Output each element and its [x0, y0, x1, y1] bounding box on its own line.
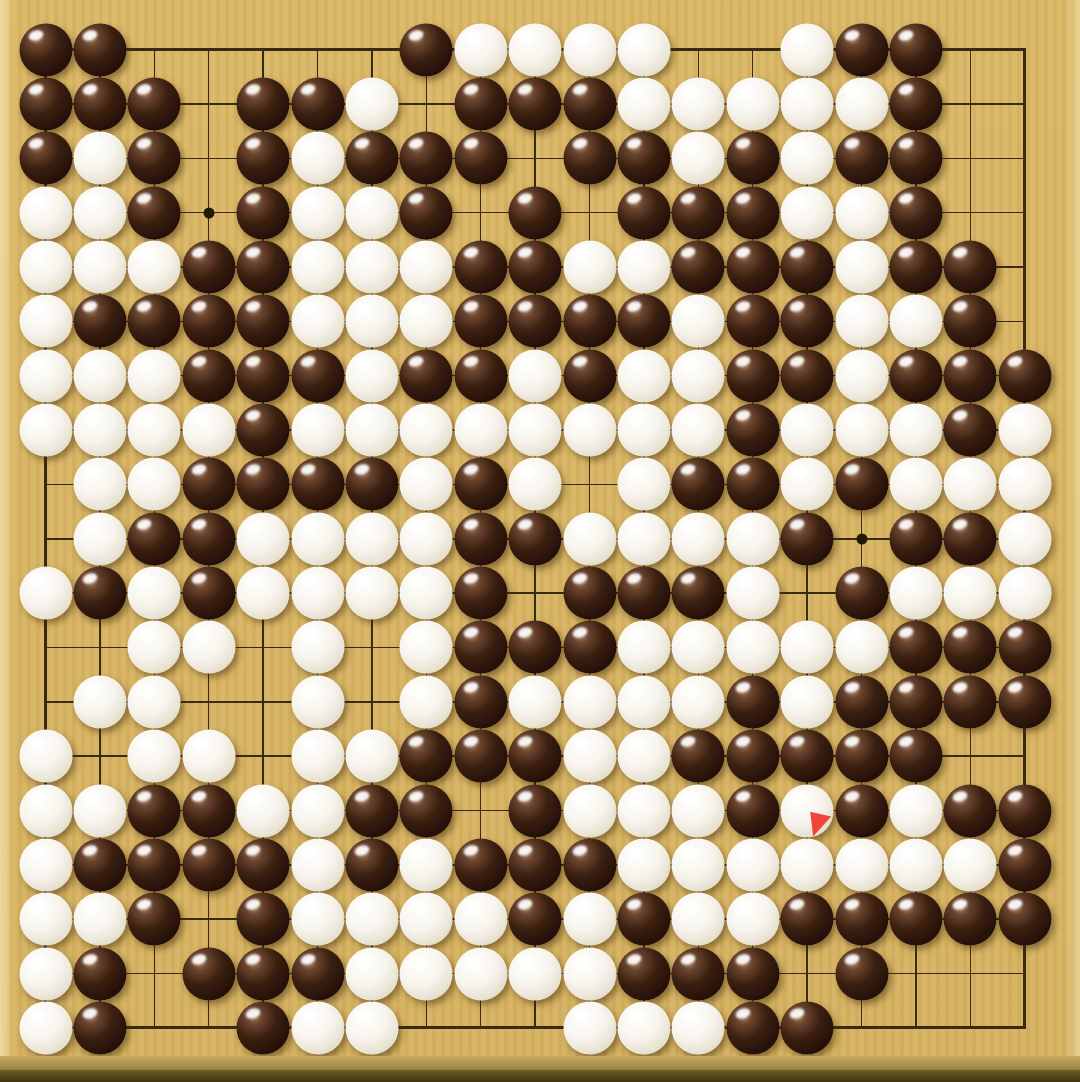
black-stone — [672, 947, 725, 1000]
black-stone — [291, 349, 344, 402]
white-stone — [617, 241, 670, 294]
black-stone — [237, 893, 290, 946]
white-stone — [835, 404, 888, 457]
white-stone — [291, 784, 344, 837]
black-stone — [726, 675, 779, 728]
white-stone — [889, 838, 942, 891]
black-stone — [563, 132, 616, 185]
white-stone — [400, 947, 453, 1000]
white-stone — [73, 404, 126, 457]
black-stone — [889, 621, 942, 674]
white-stone — [835, 186, 888, 239]
black-stone — [454, 458, 507, 511]
black-stone — [835, 458, 888, 511]
white-stone — [291, 404, 344, 457]
black-stone — [726, 241, 779, 294]
white-stone — [889, 567, 942, 620]
black-stone — [182, 458, 235, 511]
white-stone — [781, 838, 834, 891]
black-stone — [128, 186, 181, 239]
white-stone — [19, 838, 72, 891]
black-stone — [19, 23, 72, 76]
black-stone — [781, 295, 834, 348]
black-stone — [454, 132, 507, 185]
black-stone — [672, 567, 725, 620]
black-stone — [182, 512, 235, 565]
white-stone — [509, 349, 562, 402]
black-stone — [835, 132, 888, 185]
black-stone — [454, 675, 507, 728]
black-stone — [672, 730, 725, 783]
black-stone — [781, 893, 834, 946]
white-stone — [563, 675, 616, 728]
white-stone — [400, 241, 453, 294]
black-stone — [889, 186, 942, 239]
white-stone — [835, 295, 888, 348]
white-stone — [128, 621, 181, 674]
black-stone — [19, 132, 72, 185]
black-stone — [509, 621, 562, 674]
black-stone — [889, 23, 942, 76]
white-stone — [345, 1001, 398, 1054]
white-stone — [672, 1001, 725, 1054]
white-stone — [563, 784, 616, 837]
black-stone — [617, 893, 670, 946]
white-stone — [726, 838, 779, 891]
black-stone — [998, 893, 1051, 946]
black-stone — [454, 730, 507, 783]
black-stone — [182, 838, 235, 891]
white-stone — [617, 404, 670, 457]
black-stone — [345, 784, 398, 837]
black-stone — [998, 838, 1051, 891]
white-stone — [726, 893, 779, 946]
white-stone — [128, 241, 181, 294]
black-stone — [73, 947, 126, 1000]
white-stone — [672, 349, 725, 402]
black-stone — [563, 567, 616, 620]
board-bottom-edge — [0, 1056, 1080, 1070]
white-stone — [291, 132, 344, 185]
white-stone — [400, 295, 453, 348]
black-stone — [781, 512, 834, 565]
white-stone — [509, 947, 562, 1000]
black-stone — [400, 186, 453, 239]
white-stone — [345, 295, 398, 348]
black-stone — [835, 567, 888, 620]
white-stone — [128, 404, 181, 457]
white-stone — [889, 404, 942, 457]
white-stone — [726, 621, 779, 674]
white-stone — [672, 838, 725, 891]
black-stone — [345, 132, 398, 185]
black-stone — [509, 512, 562, 565]
white-stone — [291, 512, 344, 565]
black-stone — [509, 784, 562, 837]
black-stone — [889, 132, 942, 185]
white-stone — [291, 893, 344, 946]
white-stone — [400, 512, 453, 565]
black-stone — [563, 621, 616, 674]
white-stone — [835, 241, 888, 294]
black-stone — [617, 186, 670, 239]
black-stone — [454, 621, 507, 674]
black-stone — [944, 512, 997, 565]
black-stone — [237, 241, 290, 294]
white-stone — [73, 784, 126, 837]
black-stone — [509, 838, 562, 891]
black-stone — [781, 349, 834, 402]
black-stone — [781, 241, 834, 294]
white-stone — [291, 295, 344, 348]
white-stone — [128, 675, 181, 728]
white-stone — [345, 241, 398, 294]
black-stone — [835, 893, 888, 946]
black-stone — [291, 947, 344, 1000]
white-stone — [781, 132, 834, 185]
white-stone — [237, 567, 290, 620]
go-board[interactable] — [0, 0, 1080, 1082]
black-stone — [128, 295, 181, 348]
white-stone — [345, 77, 398, 130]
white-stone — [73, 458, 126, 511]
black-stone — [237, 404, 290, 457]
black-stone — [400, 784, 453, 837]
white-stone — [781, 404, 834, 457]
black-stone — [726, 730, 779, 783]
black-stone — [19, 77, 72, 130]
black-stone — [835, 675, 888, 728]
black-stone — [781, 1001, 834, 1054]
black-stone — [182, 947, 235, 1000]
black-stone — [835, 730, 888, 783]
white-stone — [563, 947, 616, 1000]
white-stone — [73, 893, 126, 946]
white-stone — [128, 458, 181, 511]
black-stone — [672, 241, 725, 294]
white-stone — [454, 947, 507, 1000]
black-stone — [509, 77, 562, 130]
black-stone — [617, 132, 670, 185]
black-stone — [726, 947, 779, 1000]
white-stone — [617, 838, 670, 891]
black-stone — [73, 838, 126, 891]
white-stone — [617, 675, 670, 728]
white-stone — [672, 77, 725, 130]
white-stone — [345, 730, 398, 783]
black-stone — [726, 186, 779, 239]
white-stone — [345, 893, 398, 946]
white-stone — [617, 23, 670, 76]
black-stone — [781, 730, 834, 783]
black-stone — [237, 132, 290, 185]
white-stone — [672, 784, 725, 837]
white-stone — [672, 132, 725, 185]
white-stone — [128, 567, 181, 620]
white-stone — [563, 730, 616, 783]
black-stone — [400, 132, 453, 185]
black-stone — [672, 186, 725, 239]
white-stone — [19, 947, 72, 1000]
white-stone — [998, 404, 1051, 457]
white-stone — [781, 186, 834, 239]
white-stone — [19, 349, 72, 402]
screenshot — [0, 0, 1080, 1082]
white-stone — [454, 404, 507, 457]
white-stone — [237, 784, 290, 837]
white-stone — [672, 893, 725, 946]
white-stone — [944, 458, 997, 511]
black-stone — [237, 1001, 290, 1054]
white-stone — [617, 349, 670, 402]
white-stone — [835, 349, 888, 402]
black-stone — [672, 458, 725, 511]
white-stone — [563, 512, 616, 565]
black-stone — [563, 295, 616, 348]
white-stone — [73, 186, 126, 239]
black-stone — [726, 349, 779, 402]
white-stone — [400, 404, 453, 457]
black-stone — [454, 567, 507, 620]
black-stone — [73, 567, 126, 620]
white-stone — [617, 77, 670, 130]
black-stone — [563, 77, 616, 130]
black-stone — [128, 512, 181, 565]
black-stone — [889, 893, 942, 946]
white-stone — [998, 458, 1051, 511]
white-stone — [509, 23, 562, 76]
black-stone — [944, 621, 997, 674]
black-stone — [454, 241, 507, 294]
black-stone — [726, 784, 779, 837]
white-stone — [617, 1001, 670, 1054]
black-stone — [400, 349, 453, 402]
black-stone — [617, 567, 670, 620]
white-stone — [400, 621, 453, 674]
white-stone — [509, 675, 562, 728]
black-stone — [128, 838, 181, 891]
white-stone — [19, 784, 72, 837]
black-stone — [889, 730, 942, 783]
black-stone — [73, 295, 126, 348]
black-stone — [237, 838, 290, 891]
white-stone — [291, 241, 344, 294]
black-stone — [944, 241, 997, 294]
white-stone — [73, 349, 126, 402]
white-stone — [726, 567, 779, 620]
white-stone — [19, 241, 72, 294]
black-stone — [726, 295, 779, 348]
black-stone — [563, 838, 616, 891]
white-stone — [563, 241, 616, 294]
black-stone — [509, 295, 562, 348]
black-stone — [400, 23, 453, 76]
white-stone — [400, 567, 453, 620]
white-stone — [835, 838, 888, 891]
white-stone — [889, 784, 942, 837]
white-stone — [237, 512, 290, 565]
black-stone — [944, 675, 997, 728]
black-stone — [128, 132, 181, 185]
black-stone — [182, 567, 235, 620]
black-stone — [454, 77, 507, 130]
black-stone — [509, 893, 562, 946]
white-stone — [509, 458, 562, 511]
black-stone — [73, 77, 126, 130]
black-stone — [998, 784, 1051, 837]
black-stone — [889, 77, 942, 130]
white-stone — [889, 458, 942, 511]
white-stone — [781, 458, 834, 511]
black-stone — [889, 512, 942, 565]
black-stone — [944, 295, 997, 348]
black-stone — [726, 404, 779, 457]
black-stone — [998, 349, 1051, 402]
black-stone — [509, 186, 562, 239]
white-stone — [345, 512, 398, 565]
black-stone — [998, 621, 1051, 674]
black-stone — [617, 947, 670, 1000]
white-stone — [944, 838, 997, 891]
white-stone — [400, 838, 453, 891]
black-stone — [944, 784, 997, 837]
white-stone — [835, 77, 888, 130]
white-stone — [672, 621, 725, 674]
black-stone — [345, 458, 398, 511]
white-stone — [345, 404, 398, 457]
white-stone — [509, 404, 562, 457]
white-stone — [128, 349, 181, 402]
black-stone — [835, 784, 888, 837]
white-stone — [835, 621, 888, 674]
black-stone — [509, 241, 562, 294]
white-stone — [291, 186, 344, 239]
black-stone — [454, 349, 507, 402]
white-stone — [345, 186, 398, 239]
white-stone — [291, 567, 344, 620]
white-stone — [182, 730, 235, 783]
white-stone — [400, 458, 453, 511]
white-stone — [73, 675, 126, 728]
white-stone — [128, 730, 181, 783]
black-stone — [237, 458, 290, 511]
white-stone — [19, 295, 72, 348]
white-stone — [291, 675, 344, 728]
black-stone — [835, 23, 888, 76]
white-stone — [781, 23, 834, 76]
black-stone — [889, 349, 942, 402]
white-stone — [998, 567, 1051, 620]
white-stone — [454, 893, 507, 946]
white-stone — [617, 730, 670, 783]
black-stone — [835, 947, 888, 1000]
white-stone — [563, 1001, 616, 1054]
black-stone — [889, 675, 942, 728]
white-stone — [291, 1001, 344, 1054]
white-stone — [889, 295, 942, 348]
black-stone — [944, 404, 997, 457]
white-stone — [19, 1001, 72, 1054]
black-stone — [944, 893, 997, 946]
black-stone — [454, 838, 507, 891]
white-stone — [291, 838, 344, 891]
white-stone — [291, 621, 344, 674]
white-stone — [19, 730, 72, 783]
black-stone — [291, 77, 344, 130]
black-stone — [726, 1001, 779, 1054]
black-stone — [128, 784, 181, 837]
black-stone — [726, 458, 779, 511]
board-bottom-rim — [0, 1070, 1080, 1082]
black-stone — [237, 947, 290, 1000]
black-stone — [182, 784, 235, 837]
white-stone — [73, 241, 126, 294]
black-stone — [237, 349, 290, 402]
black-stone — [563, 349, 616, 402]
white-stone — [563, 404, 616, 457]
white-stone — [617, 458, 670, 511]
black-stone — [128, 77, 181, 130]
black-stone — [182, 349, 235, 402]
white-stone — [781, 784, 834, 837]
white-stone — [998, 512, 1051, 565]
black-stone — [291, 458, 344, 511]
white-stone — [781, 675, 834, 728]
white-stone — [19, 893, 72, 946]
white-stone — [672, 295, 725, 348]
black-stone — [237, 186, 290, 239]
white-stone — [400, 675, 453, 728]
white-stone — [19, 404, 72, 457]
white-stone — [563, 23, 616, 76]
white-stone — [73, 512, 126, 565]
white-stone — [19, 186, 72, 239]
black-stone — [998, 675, 1051, 728]
white-stone — [182, 404, 235, 457]
white-stone — [781, 77, 834, 130]
black-stone — [345, 838, 398, 891]
black-stone — [237, 77, 290, 130]
white-stone — [400, 893, 453, 946]
white-stone — [781, 621, 834, 674]
white-stone — [672, 512, 725, 565]
white-stone — [291, 730, 344, 783]
black-stone — [400, 730, 453, 783]
star-point — [856, 533, 867, 544]
white-stone — [182, 621, 235, 674]
black-stone — [889, 241, 942, 294]
black-stone — [182, 295, 235, 348]
white-stone — [617, 784, 670, 837]
white-stone — [726, 77, 779, 130]
black-stone — [73, 23, 126, 76]
black-stone — [509, 730, 562, 783]
black-stone — [454, 295, 507, 348]
white-stone — [345, 947, 398, 1000]
black-stone — [617, 295, 670, 348]
star-point — [203, 207, 214, 218]
white-stone — [944, 567, 997, 620]
white-stone — [345, 349, 398, 402]
white-stone — [345, 567, 398, 620]
black-stone — [73, 1001, 126, 1054]
black-stone — [726, 132, 779, 185]
white-stone — [672, 404, 725, 457]
white-stone — [617, 512, 670, 565]
white-stone — [73, 132, 126, 185]
white-stone — [617, 621, 670, 674]
white-stone — [726, 512, 779, 565]
